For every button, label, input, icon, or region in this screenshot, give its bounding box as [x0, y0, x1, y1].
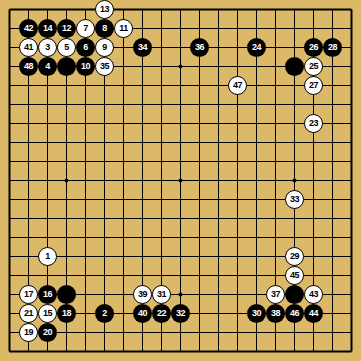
stone-black-move-48: 48 [19, 57, 38, 76]
stone-white-move-39: 39 [133, 285, 152, 304]
stone-black-move-38: 38 [266, 304, 285, 323]
move-number-label: 47 [233, 81, 242, 90]
move-number-label: 13 [100, 5, 109, 14]
stone-black-move-6: 6 [76, 38, 95, 57]
handicap-stone-black [285, 57, 304, 76]
move-number-label: 24 [252, 43, 261, 52]
stone-black-move-46: 46 [285, 304, 304, 323]
stone-black-move-22: 22 [152, 304, 171, 323]
stone-white-move-7: 7 [76, 19, 95, 38]
handicap-stone-black [57, 57, 76, 76]
stone-black-move-32: 32 [171, 304, 190, 323]
stone-black-move-2: 2 [95, 304, 114, 323]
stone-black-move-10: 10 [76, 57, 95, 76]
move-number-label: 14 [43, 24, 52, 33]
move-number-label: 30 [252, 309, 261, 318]
stone-white-move-37: 37 [266, 285, 285, 304]
move-number-label: 48 [24, 62, 33, 71]
move-number-label: 38 [271, 309, 280, 318]
stone-white-move-29: 29 [285, 247, 304, 266]
move-number-label: 41 [24, 43, 33, 52]
stone-black-move-18: 18 [57, 304, 76, 323]
stone-black-move-30: 30 [247, 304, 266, 323]
stone-white-move-17: 17 [19, 285, 38, 304]
stone-white-move-19: 19 [19, 323, 38, 342]
stone-white-move-47: 47 [228, 76, 247, 95]
move-number-label: 11 [119, 24, 128, 33]
stone-black-move-26: 26 [304, 38, 323, 57]
move-number-label: 25 [309, 62, 318, 71]
stone-white-move-41: 41 [19, 38, 38, 57]
move-number-label: 27 [309, 81, 318, 90]
stone-black-move-44: 44 [304, 304, 323, 323]
move-number-label: 4 [45, 62, 50, 71]
stone-black-move-28: 28 [323, 38, 342, 57]
stone-white-move-5: 5 [57, 38, 76, 57]
stone-black-move-20: 20 [38, 323, 57, 342]
board-grid: 1234567891011121314151617181920212223242… [0, 0, 361, 361]
stone-black-move-12: 12 [57, 19, 76, 38]
move-number-label: 22 [157, 309, 166, 318]
move-number-label: 46 [290, 309, 299, 318]
move-number-label: 16 [43, 290, 52, 299]
stone-black-move-36: 36 [190, 38, 209, 57]
handicap-stone-black [285, 285, 304, 304]
move-number-label: 36 [195, 43, 204, 52]
stone-white-move-3: 3 [38, 38, 57, 57]
move-number-label: 5 [64, 43, 69, 52]
move-number-label: 9 [102, 43, 107, 52]
stone-white-move-33: 33 [285, 190, 304, 209]
stone-white-move-45: 45 [285, 266, 304, 285]
move-number-label: 17 [24, 290, 33, 299]
move-number-label: 6 [83, 43, 88, 52]
move-number-label: 19 [24, 328, 33, 337]
move-number-label: 43 [309, 290, 318, 299]
go-board[interactable]: 1234567891011121314151617181920212223242… [0, 0, 361, 361]
stone-white-move-9: 9 [95, 38, 114, 57]
move-number-label: 26 [309, 43, 318, 52]
stone-white-move-15: 15 [38, 304, 57, 323]
move-number-label: 18 [62, 309, 71, 318]
stone-black-move-14: 14 [38, 19, 57, 38]
stone-black-move-34: 34 [133, 38, 152, 57]
move-number-label: 8 [102, 24, 107, 33]
move-number-label: 28 [328, 43, 337, 52]
stone-white-move-21: 21 [19, 304, 38, 323]
move-number-label: 29 [290, 252, 299, 261]
move-number-label: 12 [62, 24, 71, 33]
move-number-label: 40 [138, 309, 147, 318]
move-number-label: 10 [81, 62, 90, 71]
move-number-label: 7 [83, 24, 88, 33]
move-number-label: 31 [157, 290, 166, 299]
move-number-label: 15 [43, 309, 52, 318]
stone-white-move-11: 11 [114, 19, 133, 38]
stone-white-move-23: 23 [304, 114, 323, 133]
move-number-label: 21 [24, 309, 33, 318]
move-number-label: 45 [290, 271, 299, 280]
move-number-label: 1 [45, 252, 50, 261]
move-number-label: 23 [309, 119, 318, 128]
stone-black-move-8: 8 [95, 19, 114, 38]
move-number-label: 39 [138, 290, 147, 299]
stone-black-move-16: 16 [38, 285, 57, 304]
stone-black-move-42: 42 [19, 19, 38, 38]
stone-white-move-13: 13 [95, 0, 114, 19]
stone-white-move-35: 35 [95, 57, 114, 76]
move-number-label: 42 [24, 24, 33, 33]
stone-white-move-25: 25 [304, 57, 323, 76]
move-number-label: 35 [100, 62, 109, 71]
stone-black-move-4: 4 [38, 57, 57, 76]
stone-white-move-43: 43 [304, 285, 323, 304]
move-number-label: 2 [102, 309, 107, 318]
stone-white-move-31: 31 [152, 285, 171, 304]
move-number-label: 32 [176, 309, 185, 318]
move-number-label: 34 [138, 43, 147, 52]
move-number-label: 33 [290, 195, 299, 204]
stone-white-move-27: 27 [304, 76, 323, 95]
stone-black-move-24: 24 [247, 38, 266, 57]
stone-black-move-40: 40 [133, 304, 152, 323]
move-number-label: 20 [43, 328, 52, 337]
move-number-label: 44 [309, 309, 318, 318]
stone-white-move-1: 1 [38, 247, 57, 266]
move-number-label: 3 [45, 43, 50, 52]
move-number-label: 37 [271, 290, 280, 299]
handicap-stone-black [57, 285, 76, 304]
